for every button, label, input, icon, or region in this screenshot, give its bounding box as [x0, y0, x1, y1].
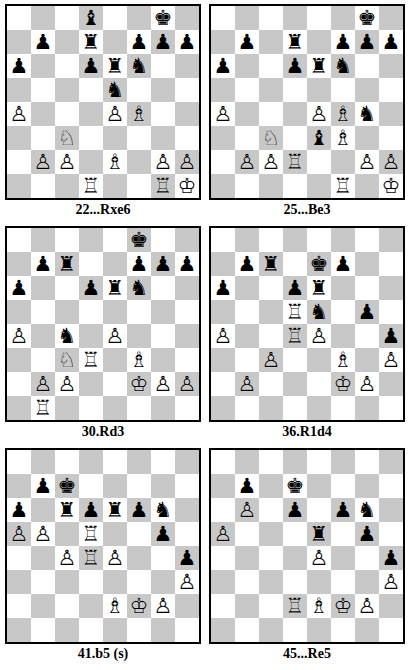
- square-c6: [259, 54, 283, 78]
- square-c5: [259, 522, 283, 546]
- square-a2: [7, 594, 31, 618]
- square-h5: [175, 300, 199, 324]
- piece-white-king: ♔: [130, 372, 149, 396]
- square-d1: [283, 174, 307, 198]
- square-a7: [7, 30, 31, 54]
- square-f1: [127, 396, 151, 420]
- square-h2: [175, 594, 199, 618]
- piece-white-bishop: ♗: [334, 348, 353, 372]
- square-d8: ♝: [79, 6, 103, 30]
- square-d3: [283, 570, 307, 594]
- square-g1: ♖: [151, 174, 175, 198]
- square-d6: ♟: [79, 276, 103, 300]
- square-g2: ♙: [355, 150, 379, 174]
- piece-black-bishop: ♝: [82, 6, 101, 30]
- square-c6: [55, 54, 79, 78]
- diagram-5: ♟♚♟♜♟♜♟♞♙♙♖♟♙♖♙♟♙♗♔♙ 41.b5 (s): [5, 448, 201, 663]
- square-e6: ♜: [103, 498, 127, 522]
- square-g8: ♚: [355, 6, 379, 30]
- square-a3: [211, 570, 235, 594]
- square-g1: [151, 618, 175, 642]
- square-f2: [331, 150, 355, 174]
- square-b7: ♟: [235, 474, 259, 498]
- piece-black-pawn: ♟: [82, 276, 101, 300]
- square-b4: [31, 324, 55, 348]
- piece-white-pawn: ♙: [214, 102, 233, 126]
- piece-black-pawn: ♟: [82, 498, 101, 522]
- square-a3: [211, 126, 235, 150]
- square-a7: [211, 474, 235, 498]
- square-d2: ♖: [283, 594, 307, 618]
- piece-white-pawn: ♙: [214, 324, 233, 348]
- piece-black-knight: ♞: [334, 54, 353, 78]
- piece-black-rook: ♜: [106, 498, 125, 522]
- square-e7: [103, 252, 127, 276]
- square-e6: ♜: [103, 54, 127, 78]
- square-c4: ♙: [55, 546, 79, 570]
- square-g8: [151, 228, 175, 252]
- piece-black-pawn: ♟: [154, 522, 173, 546]
- square-c4: ♞: [55, 324, 79, 348]
- piece-white-pawn: ♙: [358, 150, 377, 174]
- piece-white-knight: ♘: [58, 126, 77, 150]
- piece-white-pawn: ♙: [358, 594, 377, 618]
- square-e7: [307, 30, 331, 54]
- square-c7: [259, 30, 283, 54]
- square-h7: [175, 474, 199, 498]
- piece-black-pawn: ♟: [358, 300, 377, 324]
- square-h6: [379, 276, 403, 300]
- square-d1: ♖: [79, 174, 103, 198]
- piece-white-pawn: ♙: [382, 570, 401, 594]
- square-d5: [283, 522, 307, 546]
- diagram-sheet: ♝♚♟♜♟♟♟♟♟♜♞♞♙♙♗♘♙♙♗♙♙♖♖♔ 22...Rxe6 ♚♟♜♟♟…: [0, 0, 410, 670]
- square-b6: [31, 54, 55, 78]
- piece-black-pawn: ♟: [286, 276, 305, 300]
- square-g4: [151, 546, 175, 570]
- piece-white-pawn: ♙: [238, 150, 257, 174]
- piece-white-bishop: ♗: [334, 102, 353, 126]
- square-g8: [355, 228, 379, 252]
- square-b8: [31, 450, 55, 474]
- piece-black-rook: ♜: [106, 54, 125, 78]
- piece-white-bishop: ♗: [310, 594, 329, 618]
- square-b4: [235, 546, 259, 570]
- square-f3: [331, 570, 355, 594]
- square-c8: [55, 228, 79, 252]
- piece-white-king: ♔: [334, 372, 353, 396]
- chess-board-1: ♝♚♟♜♟♟♟♟♟♜♞♞♙♙♗♘♙♙♗♙♙♖♖♔: [5, 4, 201, 200]
- square-f6: [331, 276, 355, 300]
- piece-black-pawn: ♟: [334, 30, 353, 54]
- move-caption-6: 45...Re5: [209, 646, 405, 663]
- piece-black-pawn: ♟: [130, 30, 149, 54]
- square-e8: [103, 228, 127, 252]
- piece-black-knight: ♞: [106, 78, 125, 102]
- square-b8: [235, 228, 259, 252]
- square-g1: [355, 618, 379, 642]
- piece-white-pawn: ♙: [310, 546, 329, 570]
- piece-white-rook: ♖: [334, 174, 353, 198]
- square-c2: [259, 594, 283, 618]
- square-e1: [307, 174, 331, 198]
- square-c7: ♜: [259, 252, 283, 276]
- square-d7: ♜: [283, 30, 307, 54]
- square-a8: [211, 6, 235, 30]
- square-b3: [31, 348, 55, 372]
- square-c5: [259, 300, 283, 324]
- square-d5: [79, 300, 103, 324]
- square-h2: ♙: [379, 150, 403, 174]
- square-h4: ♟: [379, 324, 403, 348]
- square-d4: ♖: [283, 324, 307, 348]
- square-g2: ♙: [355, 594, 379, 618]
- square-e7: ♚: [307, 252, 331, 276]
- square-h8: [379, 228, 403, 252]
- square-c5: [55, 300, 79, 324]
- square-g6: [355, 54, 379, 78]
- piece-black-rook: ♜: [262, 252, 281, 276]
- piece-white-rook: ♖: [286, 594, 305, 618]
- piece-white-pawn: ♙: [58, 546, 77, 570]
- piece-black-pawn: ♟: [238, 474, 257, 498]
- square-a5: [7, 300, 31, 324]
- piece-white-king: ♔: [178, 174, 197, 198]
- square-f1: ♖: [331, 174, 355, 198]
- square-c4: [259, 324, 283, 348]
- piece-black-pawn: ♟: [214, 54, 233, 78]
- square-g4: [355, 546, 379, 570]
- square-a1: [211, 174, 235, 198]
- square-b7: ♟: [235, 252, 259, 276]
- square-b1: [235, 174, 259, 198]
- square-a5: ♙: [7, 522, 31, 546]
- square-h7: [379, 252, 403, 276]
- square-e8: [307, 450, 331, 474]
- square-g2: ♙: [355, 372, 379, 396]
- square-f6: ♞: [127, 54, 151, 78]
- square-f5: [127, 78, 151, 102]
- square-g5: ♟: [151, 522, 175, 546]
- square-h2: [379, 372, 403, 396]
- square-d8: [79, 450, 103, 474]
- piece-white-knight: ♘: [262, 126, 281, 150]
- square-f1: [331, 396, 355, 420]
- square-g7: [355, 474, 379, 498]
- square-a7: [211, 30, 235, 54]
- piece-black-rook: ♜: [58, 252, 77, 276]
- square-d8: [283, 450, 307, 474]
- square-d4: [283, 546, 307, 570]
- square-e6: [307, 498, 331, 522]
- chess-board-6: ♟♚♙♟♟♞♙♜♟♙♟♙♖♗♔♙: [209, 448, 405, 644]
- piece-black-pawn: ♟: [382, 30, 401, 54]
- square-f1: [127, 174, 151, 198]
- piece-white-pawn: ♙: [382, 348, 401, 372]
- square-d7: [79, 252, 103, 276]
- square-c6: [259, 498, 283, 522]
- piece-black-rook: ♜: [286, 30, 305, 54]
- square-g3: [355, 348, 379, 372]
- square-e5: ♞: [103, 78, 127, 102]
- piece-black-pawn: ♟: [382, 324, 401, 348]
- square-d5: [79, 78, 103, 102]
- piece-black-pawn: ♟: [178, 30, 197, 54]
- square-f3: [127, 126, 151, 150]
- square-d2: [79, 372, 103, 396]
- square-e2: [307, 150, 331, 174]
- piece-white-rook: ♖: [82, 174, 101, 198]
- square-h1: ♔: [379, 174, 403, 198]
- piece-black-pawn: ♟: [34, 30, 53, 54]
- piece-black-rook: ♜: [310, 522, 329, 546]
- square-h3: [175, 126, 199, 150]
- square-d7: ♜: [79, 30, 103, 54]
- square-e1: [307, 618, 331, 642]
- move-caption-5: 41.b5 (s): [5, 646, 201, 663]
- square-c3: [55, 570, 79, 594]
- square-h7: ♟: [379, 30, 403, 54]
- square-b6: [235, 54, 259, 78]
- square-a6: ♟: [7, 276, 31, 300]
- square-b4: [235, 324, 259, 348]
- square-b6: ♙: [235, 498, 259, 522]
- square-f8: [127, 450, 151, 474]
- square-d5: ♖: [283, 300, 307, 324]
- square-c1: [55, 174, 79, 198]
- piece-black-rook: ♜: [106, 276, 125, 300]
- square-b3: [235, 570, 259, 594]
- square-d4: [283, 102, 307, 126]
- square-e6: ♜: [307, 276, 331, 300]
- square-a4: ♙: [7, 324, 31, 348]
- square-a2: [7, 150, 31, 174]
- piece-white-pawn: ♙: [106, 102, 125, 126]
- piece-black-pawn: ♟: [10, 54, 29, 78]
- square-a7: [211, 252, 235, 276]
- piece-white-rook: ♖: [82, 522, 101, 546]
- square-d5: ♖: [79, 522, 103, 546]
- square-g7: ♟: [355, 30, 379, 54]
- square-h8: [175, 450, 199, 474]
- square-c7: ♚: [55, 474, 79, 498]
- square-g5: [151, 78, 175, 102]
- square-e2: ♗: [103, 594, 127, 618]
- square-g7: ♟: [151, 30, 175, 54]
- square-g4: [355, 324, 379, 348]
- diagram-1: ♝♚♟♜♟♟♟♟♟♜♞♞♙♙♗♘♙♙♗♙♙♖♖♔ 22...Rxe6: [5, 4, 201, 219]
- square-b5: [31, 78, 55, 102]
- square-g8: [151, 450, 175, 474]
- square-h4: [175, 102, 199, 126]
- square-g6: ♞: [355, 498, 379, 522]
- square-e5: ♜: [307, 522, 331, 546]
- square-a6: ♟: [211, 276, 235, 300]
- square-h1: [379, 396, 403, 420]
- square-c6: [55, 276, 79, 300]
- square-d6: ♟: [79, 498, 103, 522]
- square-b4: [31, 546, 55, 570]
- square-e3: [103, 348, 127, 372]
- square-h7: ♟: [175, 252, 199, 276]
- square-e5: [307, 78, 331, 102]
- piece-white-rook: ♖: [82, 348, 101, 372]
- square-g3: [151, 348, 175, 372]
- square-e3: ♝: [307, 126, 331, 150]
- square-e3: [307, 348, 331, 372]
- piece-white-king: ♔: [130, 594, 149, 618]
- square-e2: [307, 372, 331, 396]
- square-a5: [211, 78, 235, 102]
- square-d2: [79, 594, 103, 618]
- square-f6: ♟: [331, 498, 355, 522]
- square-b3: [31, 570, 55, 594]
- square-g3: [151, 570, 175, 594]
- piece-white-bishop: ♗: [130, 102, 149, 126]
- square-a5: [211, 300, 235, 324]
- square-e8: [103, 450, 127, 474]
- piece-white-pawn: ♙: [262, 348, 281, 372]
- square-b5: [31, 300, 55, 324]
- square-h2: ♙: [175, 372, 199, 396]
- square-e6: ♜: [103, 276, 127, 300]
- square-e6: ♜: [307, 54, 331, 78]
- square-c6: ♜: [55, 498, 79, 522]
- square-f3: ♗: [331, 348, 355, 372]
- square-c8: [259, 450, 283, 474]
- square-c4: [259, 546, 283, 570]
- piece-black-pawn: ♟: [214, 276, 233, 300]
- diagram-2: ♚♟♜♟♟♟♟♟♜♞♙♙♗♞♘♝♗♙♙♖♙♙♖♔ 25...Be3: [209, 4, 405, 219]
- piece-white-pawn: ♙: [154, 594, 173, 618]
- square-b2: ♙: [31, 372, 55, 396]
- piece-white-pawn: ♙: [154, 372, 173, 396]
- piece-black-pawn: ♟: [178, 546, 197, 570]
- square-c7: [259, 474, 283, 498]
- piece-black-king: ♚: [130, 228, 149, 252]
- piece-black-pawn: ♟: [10, 276, 29, 300]
- square-f7: ♟: [331, 252, 355, 276]
- square-h4: [379, 102, 403, 126]
- square-a8: [7, 450, 31, 474]
- square-g2: ♙: [151, 372, 175, 396]
- square-h6: [175, 276, 199, 300]
- square-f6: ♞: [331, 54, 355, 78]
- piece-black-pawn: ♟: [34, 252, 53, 276]
- square-g7: [355, 252, 379, 276]
- square-b8: [235, 450, 259, 474]
- square-a5: ♙: [211, 522, 235, 546]
- square-h4: ♟: [175, 546, 199, 570]
- piece-black-rook: ♜: [310, 54, 329, 78]
- piece-white-bishop: ♗: [106, 150, 125, 174]
- piece-white-bishop: ♗: [334, 126, 353, 150]
- piece-black-pawn: ♟: [154, 252, 173, 276]
- piece-white-pawn: ♙: [382, 150, 401, 174]
- square-e3: [103, 570, 127, 594]
- square-c3: ♘: [259, 126, 283, 150]
- square-a6: [211, 498, 235, 522]
- square-g5: [151, 300, 175, 324]
- piece-white-pawn: ♙: [310, 324, 329, 348]
- square-g6: [151, 54, 175, 78]
- square-c2: [55, 594, 79, 618]
- square-f4: [127, 324, 151, 348]
- square-f3: [127, 570, 151, 594]
- square-a1: [7, 174, 31, 198]
- square-h3: [379, 126, 403, 150]
- piece-white-knight: ♘: [58, 348, 77, 372]
- square-d8: [283, 228, 307, 252]
- piece-white-rook: ♖: [34, 396, 53, 420]
- square-b4: [31, 102, 55, 126]
- square-g2: ♙: [151, 150, 175, 174]
- square-c1: [55, 396, 79, 420]
- square-f8: [331, 6, 355, 30]
- square-a6: ♟: [7, 54, 31, 78]
- square-c8: [55, 6, 79, 30]
- piece-black-king: ♚: [310, 252, 329, 276]
- square-b5: [235, 522, 259, 546]
- square-c8: [259, 6, 283, 30]
- chess-board-2: ♚♟♜♟♟♟♟♟♜♞♙♙♗♞♘♝♗♙♙♖♙♙♖♔: [209, 4, 405, 200]
- diagram-6: ♟♚♙♟♟♞♙♜♟♙♟♙♖♗♔♙ 45...Re5: [209, 448, 405, 663]
- square-a7: [7, 252, 31, 276]
- square-b2: ♙: [235, 372, 259, 396]
- square-a8: [211, 228, 235, 252]
- piece-black-pawn: ♟: [130, 252, 149, 276]
- square-d1: [79, 618, 103, 642]
- square-g7: ♟: [151, 252, 175, 276]
- square-a2: [7, 372, 31, 396]
- square-d3: ♖: [79, 348, 103, 372]
- square-c7: ♜: [55, 252, 79, 276]
- square-h2: ♙: [175, 150, 199, 174]
- square-b6: [235, 276, 259, 300]
- piece-white-rook: ♖: [286, 300, 305, 324]
- piece-white-pawn: ♙: [10, 324, 29, 348]
- square-h4: ♟: [379, 546, 403, 570]
- square-b8: [31, 6, 55, 30]
- diagram-3: ♚♟♜♟♟♟♟♟♜♞♙♞♙♘♖♗♙♙♔♙♙♖ 30.Rd3: [5, 226, 201, 441]
- square-g3: [355, 570, 379, 594]
- square-h6: [175, 54, 199, 78]
- square-e7: [103, 474, 127, 498]
- piece-white-pawn: ♙: [10, 522, 29, 546]
- square-b2: [235, 594, 259, 618]
- piece-black-king: ♚: [154, 6, 173, 30]
- square-h2: [379, 594, 403, 618]
- square-h8: [379, 450, 403, 474]
- square-h3: ♙: [379, 570, 403, 594]
- square-a3: [7, 348, 31, 372]
- piece-black-pawn: ♟: [358, 522, 377, 546]
- square-a1: [211, 618, 235, 642]
- square-f5: [331, 300, 355, 324]
- square-b7: ♟: [31, 474, 55, 498]
- square-f8: [331, 228, 355, 252]
- square-e4: ♙: [103, 102, 127, 126]
- piece-black-pawn: ♟: [334, 498, 353, 522]
- square-f5: [127, 300, 151, 324]
- piece-black-pawn: ♟: [382, 546, 401, 570]
- square-b1: [31, 174, 55, 198]
- square-b4: [235, 102, 259, 126]
- square-c8: [55, 450, 79, 474]
- piece-white-pawn: ♙: [106, 546, 125, 570]
- square-d7: ♚: [283, 474, 307, 498]
- square-a8: [7, 6, 31, 30]
